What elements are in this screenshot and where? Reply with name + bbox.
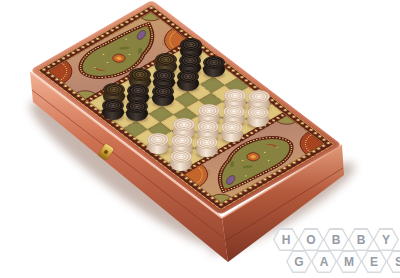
logo-letter: B (325, 230, 348, 250)
logo-letter: Y (375, 230, 398, 250)
logo-letter: M (338, 252, 361, 272)
logo-letter: H (275, 230, 298, 250)
logo-letter: O (300, 230, 323, 250)
product-photo-scene: HOBBYGAMES (0, 0, 400, 278)
logo-letter: G (288, 252, 311, 272)
logo-letter: A (313, 252, 336, 272)
logo-letter: E (363, 252, 386, 272)
logo-letter: B (350, 230, 373, 250)
